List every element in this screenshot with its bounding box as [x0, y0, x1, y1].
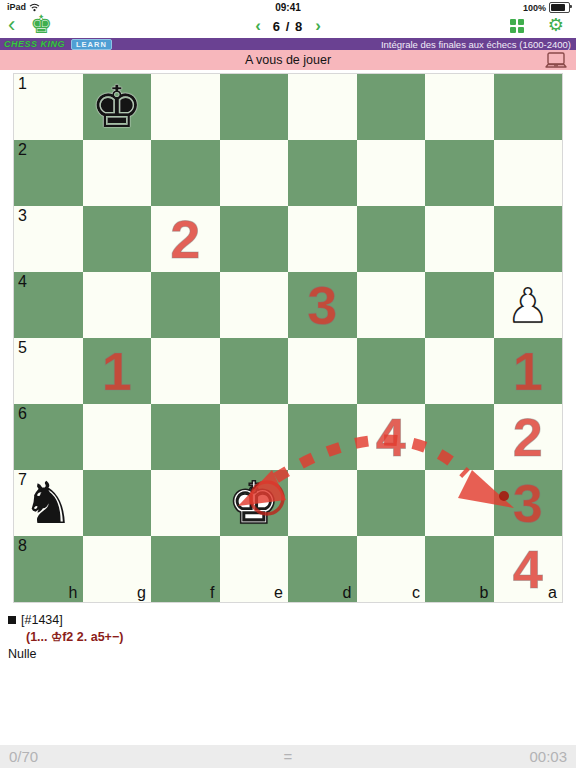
square-b6[interactable] — [425, 404, 494, 470]
file-label-h: h — [69, 584, 78, 601]
square-g8[interactable]: g — [83, 536, 152, 602]
square-d5[interactable] — [288, 338, 357, 404]
square-h4[interactable]: 4 — [14, 272, 83, 338]
square-d8[interactable]: d — [288, 536, 357, 602]
rank-label-2: 2 — [18, 141, 27, 158]
white-king-piece: ♚ — [220, 470, 289, 536]
square-e1[interactable] — [220, 74, 289, 140]
puzzle-counter: 6 / 8 — [273, 19, 303, 34]
computer-engine-icon[interactable] — [544, 52, 568, 69]
square-d3[interactable] — [288, 206, 357, 272]
square-g5[interactable]: 1 — [83, 338, 152, 404]
square-e7[interactable]: ♚ — [220, 470, 289, 536]
square-h6[interactable]: 6 — [14, 404, 83, 470]
status-bar: iPad 09:41 100% — [0, 0, 576, 16]
square-a4[interactable]: ♟ — [494, 272, 563, 338]
square-b4[interactable] — [425, 272, 494, 338]
rank-label-8: 8 — [18, 537, 27, 554]
number-annotation-d4: 3 — [288, 272, 357, 338]
file-label-c: c — [412, 584, 420, 601]
puzzle-id: [#1434] — [21, 612, 63, 628]
square-f6[interactable] — [151, 404, 220, 470]
learn-badge: LEARN — [71, 39, 112, 50]
square-a2[interactable] — [494, 140, 563, 206]
square-a6[interactable]: 2 — [494, 404, 563, 470]
variation-line: (1... ♔f2 2. a5+−) — [26, 629, 568, 645]
square-h3[interactable]: 3 — [14, 206, 83, 272]
square-d7[interactable] — [288, 470, 357, 536]
evaluation-symbol: = — [0, 748, 576, 765]
file-label-e: e — [274, 584, 283, 601]
number-annotation-a7: 3 — [494, 470, 563, 536]
prev-puzzle-button[interactable]: ‹ — [243, 16, 273, 35]
square-e2[interactable] — [220, 140, 289, 206]
square-d1[interactable] — [288, 74, 357, 140]
square-e8[interactable]: e — [220, 536, 289, 602]
clock: 09:41 — [0, 2, 576, 13]
square-e4[interactable] — [220, 272, 289, 338]
move-prompt: A vous de jouer — [0, 53, 576, 67]
square-g2[interactable] — [83, 140, 152, 206]
file-label-g: g — [137, 584, 146, 601]
rank-label-1: 1 — [18, 75, 27, 92]
square-b5[interactable] — [425, 338, 494, 404]
square-f2[interactable] — [151, 140, 220, 206]
square-h7[interactable]: 7♞ — [14, 470, 83, 536]
square-f1[interactable] — [151, 74, 220, 140]
file-label-a: a — [548, 584, 557, 601]
brand-bar: CHESS KING LEARN Intégrale des finales a… — [0, 38, 576, 50]
square-h5[interactable]: 5 — [14, 338, 83, 404]
square-b1[interactable] — [425, 74, 494, 140]
square-e3[interactable] — [220, 206, 289, 272]
chess-board: 1♚23243♟5116427♞♚38hgfedcba4 — [14, 74, 562, 602]
notes-panel: [#1434] (1... ♔f2 2. a5+−) Nulle — [8, 612, 568, 662]
square-c6[interactable]: 4 — [357, 404, 426, 470]
square-d6[interactable] — [288, 404, 357, 470]
square-f3[interactable]: 2 — [151, 206, 220, 272]
number-annotation-c6: 4 — [357, 404, 426, 470]
square-a3[interactable] — [494, 206, 563, 272]
white-pawn-piece: ♟ — [494, 272, 563, 338]
grid-view-button[interactable] — [510, 19, 524, 33]
square-b7[interactable] — [425, 470, 494, 536]
battery-percent: 100% — [523, 3, 546, 13]
square-f8[interactable]: f — [151, 536, 220, 602]
number-annotation-f3: 2 — [151, 206, 220, 272]
square-g4[interactable] — [83, 272, 152, 338]
square-g3[interactable] — [83, 206, 152, 272]
course-title: Intégrale des finales aux échecs (1600-2… — [381, 39, 571, 50]
square-c8[interactable]: c — [357, 536, 426, 602]
rank-label-3: 3 — [18, 207, 27, 224]
square-b8[interactable]: b — [425, 536, 494, 602]
app-window: iPad 09:41 100% ‹ ♚ ‹6 / 8› ⚙ CHESS KING… — [0, 0, 576, 768]
square-g6[interactable] — [83, 404, 152, 470]
square-g7[interactable] — [83, 470, 152, 536]
square-f7[interactable] — [151, 470, 220, 536]
file-label-b: b — [480, 584, 489, 601]
square-a7[interactable]: 3 — [494, 470, 563, 536]
battery-icon — [549, 2, 570, 13]
square-b3[interactable] — [425, 206, 494, 272]
next-puzzle-button[interactable]: › — [303, 16, 333, 35]
number-annotation-a6: 2 — [494, 404, 563, 470]
square-a8[interactable]: a4 — [494, 536, 563, 602]
number-annotation-g5: 1 — [83, 338, 152, 404]
square-g1[interactable]: ♚ — [83, 74, 152, 140]
file-label-f: f — [210, 584, 214, 601]
rank-label-4: 4 — [18, 273, 27, 290]
file-label-d: d — [343, 584, 352, 601]
result-text: Nulle — [8, 646, 568, 662]
rank-label-5: 5 — [18, 339, 27, 356]
square-a5[interactable]: 1 — [494, 338, 563, 404]
square-d2[interactable] — [288, 140, 357, 206]
square-c4[interactable] — [357, 272, 426, 338]
square-d4[interactable]: 3 — [288, 272, 357, 338]
bottom-bar: 0/70 = 00:03 — [0, 745, 576, 768]
square-c5[interactable] — [357, 338, 426, 404]
square-c1[interactable] — [357, 74, 426, 140]
prompt-bar: A vous de jouer — [0, 50, 576, 70]
square-c3[interactable] — [357, 206, 426, 272]
square-e5[interactable] — [220, 338, 289, 404]
square-h8[interactable]: 8h — [14, 536, 83, 602]
black-square-bullet — [8, 616, 16, 624]
elapsed-time: 00:03 — [529, 748, 567, 765]
square-a1[interactable] — [494, 74, 563, 140]
square-h2[interactable]: 2 — [14, 140, 83, 206]
settings-gear-icon[interactable]: ⚙ — [548, 14, 564, 36]
black-king-piece: ♚ — [83, 74, 152, 140]
square-e6[interactable] — [220, 404, 289, 470]
chess-king-wordmark: CHESS KING — [4, 39, 65, 49]
square-c2[interactable] — [357, 140, 426, 206]
square-h1[interactable]: 1 — [14, 74, 83, 140]
number-annotation-a5: 1 — [494, 338, 563, 404]
nav-bar: ‹ ♚ ‹6 / 8› ⚙ — [0, 16, 576, 38]
square-f5[interactable] — [151, 338, 220, 404]
rank-label-7: 7 — [18, 471, 27, 488]
rank-label-6: 6 — [18, 405, 27, 422]
square-b2[interactable] — [425, 140, 494, 206]
square-c7[interactable] — [357, 470, 426, 536]
square-f4[interactable] — [151, 272, 220, 338]
